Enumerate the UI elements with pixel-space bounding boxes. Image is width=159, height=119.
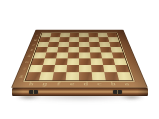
chessboard-product-photo: h g f e d c b a 1 2 3 4 5 6 7 8 bbox=[0, 0, 159, 119]
file-label-d: d bbox=[79, 80, 93, 88]
board-scene: h g f e d c b a 1 2 3 4 5 6 7 8 bbox=[11, 0, 148, 88]
file-label-f: f bbox=[51, 80, 66, 88]
square-d8[interactable] bbox=[79, 72, 92, 80]
file-label-a: a bbox=[119, 80, 135, 88]
square-e7[interactable] bbox=[66, 65, 79, 72]
hinge-icon bbox=[113, 90, 122, 94]
file-labels: h g f e d c b a bbox=[23, 80, 135, 88]
square-a7[interactable] bbox=[115, 65, 130, 72]
hinge-icon bbox=[29, 90, 38, 94]
board-side-edge bbox=[12, 88, 148, 96]
file-label-c: c bbox=[92, 80, 107, 88]
square-f7[interactable] bbox=[54, 65, 67, 72]
board-grid bbox=[26, 33, 133, 80]
square-e8[interactable] bbox=[66, 72, 79, 80]
square-f8[interactable] bbox=[52, 72, 66, 80]
square-d7[interactable] bbox=[79, 65, 92, 72]
file-label-e: e bbox=[65, 80, 79, 88]
chess-board: h g f e d c b a 1 2 3 4 5 6 7 8 bbox=[11, 30, 148, 88]
square-a8[interactable] bbox=[117, 72, 132, 80]
